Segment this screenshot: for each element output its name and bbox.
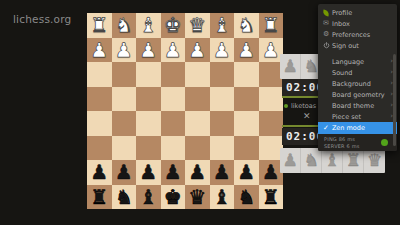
board-square[interactable]: ♟ [210,38,235,63]
board-square[interactable]: ♟ [161,38,186,63]
board-square[interactable]: ♜ [87,13,112,38]
black-bishop[interactable]: ♝ [139,187,157,207]
chess-board[interactable]: ♜♞♝♚♛♝♞♜♟♟♟♟♟♟♟♟♟♟♟♟♟♟♟♟♜♞♝♚♛♝♞♜ [87,13,283,209]
online-dot-icon [284,104,288,108]
board-square[interactable]: ♟ [87,38,112,63]
menu-item-label: Piece set [332,113,361,121]
pocket-piece-icon: ♛ [367,152,382,169]
patron-leaf-icon [323,10,332,16]
board-square[interactable] [185,136,210,161]
menu-item-label: Board geometry [332,91,385,99]
board-square[interactable] [136,62,161,87]
black-pawn[interactable]: ♟ [188,162,206,182]
envelope-icon: ✉ [323,20,332,27]
white-pawn[interactable]: ♟ [262,40,280,60]
menu-item-profile[interactable]: Profile [318,7,397,18]
board-square[interactable] [136,111,161,136]
pocket-piece-icon: ♞ [303,152,318,169]
menu-item-board-theme[interactable]: Board theme› [318,100,397,111]
pocket-slot-bishop[interactable]: ♝ [322,148,343,173]
board-square[interactable]: ♟ [210,160,235,185]
menu-scrollbar[interactable] [393,54,396,146]
board-square[interactable]: ♝ [210,13,235,38]
board-square[interactable]: ♜ [259,13,284,38]
white-bishop[interactable]: ♝ [213,15,231,35]
board-square[interactable] [136,136,161,161]
board-square[interactable]: ♟ [234,38,259,63]
menu-item-piece-set[interactable]: Piece set› [318,111,397,122]
pocket-slot-knight[interactable]: ♞ [301,148,322,173]
board-square[interactable] [112,62,137,87]
board-square[interactable]: ♝ [210,185,235,210]
menu-item-sign-out[interactable]: Sign out [318,40,397,51]
pocket-piece-icon: ♝ [324,152,339,169]
board-square[interactable]: ♝ [136,13,161,38]
black-pawn[interactable]: ♟ [90,162,108,182]
board-square[interactable]: ♞ [234,185,259,210]
white-pawn[interactable]: ♟ [90,40,108,60]
board-square[interactable] [87,136,112,161]
white-pawn[interactable]: ♟ [188,40,206,60]
board-square[interactable]: ♜ [259,185,284,210]
board-square[interactable] [161,62,186,87]
board-square[interactable]: ♟ [112,38,137,63]
board-square[interactable] [136,87,161,112]
board-square[interactable] [185,111,210,136]
board-square[interactable] [185,62,210,87]
board-square[interactable] [161,136,186,161]
board-square[interactable]: ♟ [112,160,137,185]
menu-item-background[interactable]: Background› [318,78,397,89]
black-pawn[interactable]: ♟ [262,162,280,182]
board-square[interactable]: ♛ [185,185,210,210]
black-pawn[interactable]: ♟ [139,162,157,182]
network-status: PING 86 ms SERVER 6 ms [318,134,397,151]
black-pawn[interactable]: ♟ [237,162,255,182]
black-pawn[interactable]: ♟ [164,162,182,182]
site-logo[interactable]: lichess.org [13,13,71,25]
board-square[interactable]: ♟ [234,160,259,185]
menu-item-inbox[interactable]: ✉Inbox [318,18,397,29]
board-square[interactable] [210,111,235,136]
white-pawn[interactable]: ♟ [164,40,182,60]
pocket-black[interactable]: ♟♞♝♜♛ [280,148,385,173]
black-queen[interactable]: ♛ [188,187,206,207]
board-square[interactable] [234,136,259,161]
board-square[interactable]: ♝ [136,185,161,210]
board-square[interactable] [112,136,137,161]
player-name[interactable]: liketoas [291,102,316,110]
black-rook[interactable]: ♜ [262,187,280,207]
board-square[interactable] [112,87,137,112]
board-square[interactable] [185,87,210,112]
pocket-slot-pawn[interactable]: ♟ [280,148,301,173]
black-rook[interactable]: ♜ [90,187,108,207]
board-square[interactable] [87,62,112,87]
board-square[interactable] [259,87,284,112]
board-square[interactable] [161,111,186,136]
pocket-piece-icon: ♟ [282,152,297,169]
white-queen[interactable]: ♛ [188,15,206,35]
white-knight[interactable]: ♞ [115,15,133,35]
white-bishop[interactable]: ♝ [139,15,157,35]
menu-item-board-geometry[interactable]: Board geometry› [318,89,397,100]
white-pawn[interactable]: ♟ [213,40,231,60]
zen-mode-label: Zen mode [332,124,365,132]
black-bishop[interactable]: ♝ [213,187,231,207]
pocket-piece-icon: ♞ [303,58,318,75]
white-pawn[interactable]: ♟ [115,40,133,60]
board-square[interactable]: ♟ [185,160,210,185]
board-square[interactable]: ♚ [161,13,186,38]
gear-icon: ⚙ [323,31,332,38]
menu-item-language[interactable]: Language› [318,56,397,67]
white-pawn[interactable]: ♟ [237,40,255,60]
board-square[interactable] [87,87,112,112]
board-square[interactable]: ♜ [87,185,112,210]
black-knight[interactable]: ♞ [237,187,255,207]
user-menu-dropdown: Profile✉Inbox⚙PreferencesSign out Langua… [318,4,397,151]
player-row[interactable]: liketoas [284,100,316,111]
white-rook[interactable]: ♜ [90,15,108,35]
board-square[interactable] [210,87,235,112]
power-icon [323,42,332,49]
board-square[interactable]: ♟ [161,160,186,185]
board-square[interactable] [210,136,235,161]
connection-status-icon [381,139,388,146]
board-square[interactable] [210,62,235,87]
menu-item-label: Sign out [332,42,359,50]
pocket-slot-rook[interactable]: ♜ [343,148,364,173]
board-square[interactable] [259,111,284,136]
menu-item-label: Sound [332,69,352,77]
board-square[interactable]: ♞ [234,13,259,38]
menu-item-preferences[interactable]: ⚙Preferences [318,29,397,40]
check-icon: ✓ [323,124,329,132]
menu-item-sound[interactable]: Sound› [318,67,397,78]
menu-item-label: Inbox [332,20,350,28]
menu-item-label: Language [332,58,364,66]
menu-item-label: Preferences [332,31,370,39]
board-square[interactable]: ♞ [112,13,137,38]
pocket-slot-pawn[interactable]: ♟ [280,54,301,79]
board-square[interactable] [234,62,259,87]
pocket-piece-icon: ♜ [345,152,360,169]
board-square[interactable]: ♟ [185,38,210,63]
abort-icon[interactable]: ✕ [303,111,311,121]
white-pawn[interactable]: ♟ [139,40,157,60]
menu-item-label: Profile [332,9,352,17]
board-square[interactable]: ♛ [185,13,210,38]
board-square[interactable] [161,87,186,112]
board-square[interactable]: ♟ [136,38,161,63]
board-square[interactable]: ♞ [112,185,137,210]
black-pawn[interactable]: ♟ [115,162,133,182]
menu-item-label: Board theme [332,102,374,110]
white-rook[interactable]: ♜ [262,15,280,35]
board-square[interactable]: ♟ [136,160,161,185]
pocket-slot-queen[interactable]: ♛ [364,148,385,173]
black-knight[interactable]: ♞ [115,187,133,207]
board-square[interactable] [87,111,112,136]
menu-item-zen-mode[interactable]: ✓ Zen mode [318,122,397,134]
black-king[interactable]: ♚ [164,187,182,207]
board-square[interactable]: ♟ [87,160,112,185]
white-knight[interactable]: ♞ [237,15,255,35]
board-square[interactable] [234,87,259,112]
menu-item-label: Background [332,80,371,88]
board-square[interactable] [234,111,259,136]
pocket-piece-icon: ♟ [282,58,297,75]
black-pawn[interactable]: ♟ [213,162,231,182]
white-king[interactable]: ♚ [164,15,182,35]
board-square[interactable]: ♚ [161,185,186,210]
board-square[interactable] [112,111,137,136]
